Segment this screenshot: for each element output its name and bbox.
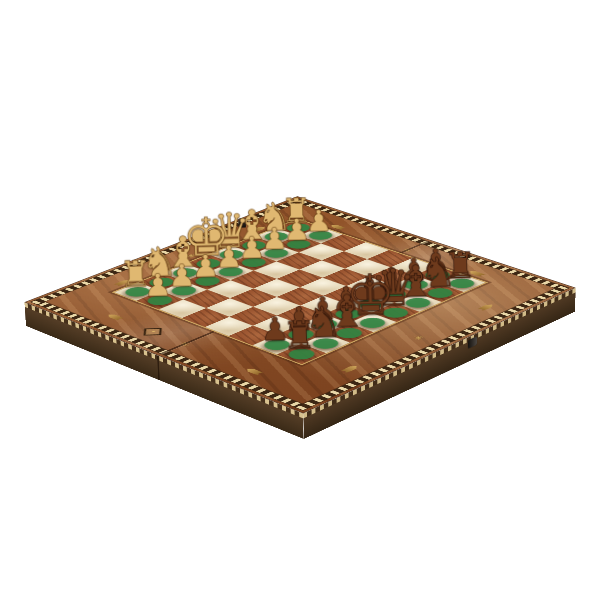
piece-black-rook: ♜: [265, 316, 333, 356]
chess-case: ✳✳✳✳ ♜♟♟♜♞♟♟♞♝♟♟♝♛♟♟♛♚♟♟♚♝♟♟♝♞♟♟♞♜♟♟♜: [24, 196, 575, 413]
side-fold-seam: [157, 355, 160, 380]
case-top: ✳✳✳✳ ♜♟♟♜♞♟♟♞♝♟♟♝♛♟♟♛♚♟♟♚♝♟♟♝♞♟♟♞♜♟♟♜: [24, 196, 575, 413]
product-photo: ✳✳✳✳ ♜♟♟♜♞♟♟♞♝♟♟♝♛♟♟♛♚♟♟♚♝♟♟♝♞♟♟♞♜♟♟♜: [0, 0, 600, 600]
front-latch: [468, 336, 477, 349]
piece-white-pawn: ♟: [126, 269, 191, 302]
scene: ✳✳✳✳ ♜♟♟♜♞♟♟♞♝♟♟♝♛♟♟♛♚♟♟♚♝♟♟♝♞♟♟♞♜♟♟♜: [0, 0, 600, 600]
